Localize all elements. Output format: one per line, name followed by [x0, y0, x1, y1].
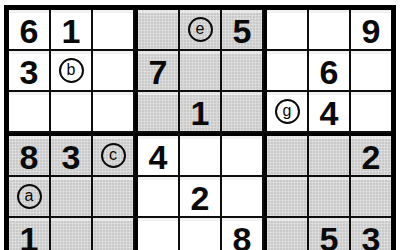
cell-r1c7: [264, 10, 307, 49]
given-digit: 8: [20, 140, 39, 174]
cell-r3c7: g: [264, 92, 307, 131]
cell-r3c8: 4: [309, 92, 349, 131]
given-digit: 5: [233, 14, 252, 48]
given-digit: 9: [362, 14, 381, 48]
cell-r2c2: b: [51, 51, 91, 90]
cell-r3c4: [135, 92, 178, 131]
cell-r2c5: [180, 51, 220, 90]
given-digit: 3: [20, 55, 39, 89]
cell-r6c4: [135, 218, 178, 250]
cell-r4c8: [309, 133, 349, 175]
circled-letter-b: b: [59, 58, 84, 83]
circled-letter-a: a: [17, 184, 42, 209]
cell-r6c7: [264, 218, 307, 250]
given-digit: 1: [191, 96, 210, 130]
cell-r6c6: 8: [222, 218, 262, 250]
given-digit: 6: [20, 14, 39, 48]
circled-letter-c: c: [101, 143, 126, 168]
cell-r4c7: [264, 133, 307, 175]
cell-r1c4: [135, 10, 178, 49]
cell-r4c3: c: [93, 133, 133, 175]
given-digit: 2: [362, 140, 381, 174]
cell-r3c2: [51, 92, 91, 131]
given-digit: 6: [320, 55, 339, 89]
cell-r6c9: 3: [351, 218, 391, 250]
given-digit: 4: [149, 140, 168, 174]
cell-r3c5: 1: [180, 92, 220, 131]
circled-letter-e: e: [188, 17, 213, 42]
cell-r3c6: [222, 92, 262, 131]
cell-r1c8: [309, 10, 349, 49]
cell-r1c9: 9: [351, 10, 391, 49]
cell-r5c6: [222, 177, 262, 216]
cell-r2c7: [264, 51, 307, 90]
given-digit: 1: [20, 222, 39, 250]
cell-r2c9: [351, 51, 391, 90]
given-digit: 7: [149, 55, 168, 89]
cell-r1c2: 1: [51, 10, 91, 49]
cell-r5c1: a: [9, 177, 49, 216]
cell-r2c8: 6: [309, 51, 349, 90]
cell-r1c3: [93, 10, 133, 49]
cell-r1c6: 5: [222, 10, 262, 49]
given-digit: 3: [62, 140, 81, 174]
cell-r4c9: 2: [351, 133, 391, 175]
cell-r6c5: [180, 218, 220, 250]
cell-r5c4: [135, 177, 178, 216]
cell-r3c3: [93, 92, 133, 131]
cell-r4c6: [222, 133, 262, 175]
cell-r3c1: [9, 92, 49, 131]
cell-r5c5: 2: [180, 177, 220, 216]
cell-r4c1: 8: [9, 133, 49, 175]
cell-r4c5: [180, 133, 220, 175]
cell-r2c4: 7: [135, 51, 178, 90]
cell-r4c4: 4: [135, 133, 178, 175]
given-digit: 3: [362, 222, 381, 250]
cell-r5c3: [93, 177, 133, 216]
cell-r2c1: 3: [9, 51, 49, 90]
cell-r1c1: 6: [9, 10, 49, 49]
cell-r5c8: [309, 177, 349, 216]
cell-r6c8: 5: [309, 218, 349, 250]
cell-r2c6: [222, 51, 262, 90]
cell-r3c9: [351, 92, 391, 131]
given-digit: 5: [320, 222, 339, 250]
cell-r6c3: [93, 218, 133, 250]
cell-r5c2: [51, 177, 91, 216]
cell-r5c7: [264, 177, 307, 216]
page: { "game": "sudoku", "board": { "cols": 9…: [0, 0, 400, 250]
given-digit: 4: [320, 96, 339, 130]
cell-r4c2: 3: [51, 133, 91, 175]
circled-letter-g: g: [275, 99, 300, 124]
cell-r1c5: e: [180, 10, 220, 49]
cell-r2c3: [93, 51, 133, 90]
cell-r6c1: 1: [9, 218, 49, 250]
given-digit: 1: [62, 14, 81, 48]
given-digit: 8: [233, 222, 252, 250]
cell-r6c2: [51, 218, 91, 250]
given-digit: 2: [191, 181, 210, 215]
sudoku-board: 61e593b761g483c42a21853: [4, 5, 396, 250]
cell-r5c9: [351, 177, 391, 216]
